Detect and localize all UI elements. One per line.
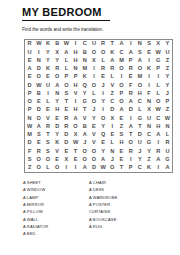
grid-cell: J [135,147,144,155]
word-list-left: A SHEETA WINDOWA LAMPA MIRRORA PILLOWA W… [23,179,48,237]
grid-cell: A [99,156,108,164]
grid-cell: I [154,164,163,172]
grid-cell: Q [80,81,89,89]
grid-cell: D [135,131,144,139]
grid-cell: A [126,48,135,56]
grid-cell: Z [108,90,117,98]
grid-cell: I [154,139,163,147]
grid-cell: Y [99,123,108,131]
grid-cell: H [71,106,80,114]
grid-cell: K [43,40,52,48]
grid-cell: U [89,40,98,48]
grid-cell: S [144,40,153,48]
grid-cell: E [117,156,126,164]
grid-cell: O [89,48,98,56]
grid-cell: U [25,48,34,56]
grid-cell: T [117,164,126,172]
grid-cell: A [80,164,89,172]
grid-cell: H [71,48,80,56]
grid-cell: F [25,147,34,155]
grid-cell: O [34,156,43,164]
grid-cell: E [99,139,108,147]
grid-cell: B [80,48,89,56]
grid-cell: Y [43,48,52,56]
grid-cell: Y [89,114,98,122]
grid-cell: K [80,73,89,81]
grid-cell: J [163,90,172,98]
grid-cell: O [43,156,52,164]
grid-cell: Y [163,73,172,81]
grid-cell: I [99,90,108,98]
grid-cell: O [117,65,126,73]
grid-cell: Z [25,164,34,172]
grid-cell: O [108,164,117,172]
grid-cell: E [71,156,80,164]
grid-cell: O [80,147,89,155]
grid-cell: C [108,98,117,106]
grid-cell: W [25,123,34,131]
grid-cell: O [71,123,80,131]
grid-cell: W [34,40,43,48]
grid-cell: N [144,98,153,106]
grid-cell: A [154,156,163,164]
word-list-item: A WINDOW [23,186,48,193]
grid-cell: K [144,65,153,73]
grid-cell: L [99,57,108,65]
grid-cell: B [34,90,43,98]
grid-cell: N [80,57,89,65]
grid-cell: R [126,147,135,155]
grid-cell: N [163,123,172,131]
grid-cell: S [62,90,71,98]
grid-cell: O [62,81,71,89]
grid-cell: D [53,123,62,131]
grid-cell: V [71,90,80,98]
grid-cell: S [43,139,52,147]
grid-cell: E [89,123,98,131]
worksheet: MY BEDROOM Find the words and write the … [0,0,180,255]
word-list-item: A POSTER [89,201,117,208]
grid-cell: T [108,40,117,48]
grid-cell: E [53,156,62,164]
grid-cell: T [135,123,144,131]
grid-cell: D [62,131,71,139]
grid-cell: T [62,98,71,106]
grid-cell: W [154,48,163,56]
grid-cell: N [25,114,34,122]
grid-cell: E [43,73,52,81]
grid-cell: A [154,131,163,139]
grid-cell: J [99,81,108,89]
grid-cell: P [163,98,172,106]
grid-cell: N [135,40,144,48]
grid-cell: G [163,156,172,164]
grid-cell: L [108,139,117,147]
grid-cell: A [80,131,89,139]
grid-cell: P [154,65,163,73]
grid-cell: P [71,73,80,81]
grid-cell: I [89,65,98,73]
grid-cell: I [71,164,80,172]
grid-cell: G [135,114,144,122]
grid-cell: R [126,90,135,98]
grid-cell: X [154,40,163,48]
grid-cell: R [163,139,172,147]
grid-cell: L [135,106,144,114]
word-list-item: A LAMP [23,194,48,201]
grid-cell: O [126,139,135,147]
grid-cell: O [80,156,89,164]
grid-cell: I [108,123,117,131]
grid-cell: N [34,57,43,65]
grid-cell: J [89,106,98,114]
grid-cell: H [117,139,126,147]
grid-cell: D [62,139,71,147]
grid-cell: E [117,147,126,155]
grid-cell: I [43,90,52,98]
grid-cell: E [117,114,126,122]
worksheet-page: { "game": "word-search", "header": { "ti… [0,0,180,255]
grid-cell: Z [163,65,172,73]
grid-cell: L [43,164,52,172]
grid-cell: G [144,139,153,147]
grid-cell: O [89,156,98,164]
grid-cell: L [154,90,163,98]
grid-cell: E [99,73,108,81]
grid-cell: R [43,123,52,131]
grid-cell: E [25,73,34,81]
grid-cell: I [71,98,80,106]
grid-cell: C [117,48,126,56]
grid-cell: A [34,123,43,131]
grid-cell: J [108,156,117,164]
grid-cell: A [117,40,126,48]
grid-cell: A [62,48,71,56]
grid-cell: D [108,106,117,114]
grid-cell: I [62,164,71,172]
grid-cell: L [62,65,71,73]
word-list-item: A WALL [23,215,48,222]
grid-cell: C [135,98,144,106]
grid-cell: I [144,81,153,89]
grid-cell: U [43,81,52,89]
grid-cell: L [89,90,98,98]
grid-cell: X [62,156,71,164]
grid-cell: Q [99,131,108,139]
grid-cell: O [99,48,108,56]
grid-cell: O [89,81,98,89]
grid-cell: C [144,131,153,139]
grid-cell: H [71,81,80,89]
grid-cell: D [34,65,43,73]
grid-cell: E [126,73,135,81]
grid-cell: L [154,81,163,89]
word-list-item: A PILLOW [23,208,48,215]
grid-cell: A [163,164,172,172]
grid-cell: V [53,147,62,155]
grid-cell: E [62,147,71,155]
grid-cell: D [34,106,43,114]
word-list-right: A CHAIRA DESKA WARDROBEA POSTERCURTAINSA… [89,179,117,230]
grid-cell: G [80,98,89,106]
grid-cell: W [34,81,43,89]
grid-cell: H [53,106,62,114]
grid-cell: K [53,139,62,147]
grid-cell: S [34,131,43,139]
grid-cell: Y [99,98,108,106]
grid-cell: W [71,139,80,147]
grid-cell: C [154,114,163,122]
grid-cell: E [108,131,117,139]
grid-cell: R [126,65,135,73]
grid-cell: A [108,57,117,65]
grid-cell: O [99,114,108,122]
grid-cell: O [135,81,144,89]
grid-cell: E [34,139,43,147]
grid-cell: V [89,131,98,139]
grid-cell: I [99,106,108,114]
grid-cell: Y [163,81,172,89]
grid-cell: M [80,65,89,73]
grid-cell: L [163,131,172,139]
grid-cell: N [108,147,117,155]
grid-cell: Z [144,156,153,164]
grid-cell: R [99,65,108,73]
grid-cell: Y [80,90,89,98]
grid-cell: U [163,48,172,56]
grid-cell: P [62,73,71,81]
grid-cell: T [71,147,80,155]
grid-cell: H [71,57,80,65]
grid-cell: E [25,57,34,65]
grid-cell: W [154,106,163,114]
grid-cell: N [144,123,153,131]
grid-cell: O [25,98,34,106]
grid-cell: Y [163,40,172,48]
grid-cell: P [117,90,126,98]
grid-cell: Y [99,147,108,155]
grid-cell: N [53,90,62,98]
grid-cell: D [25,81,34,89]
grid-cell: C [80,40,89,48]
grid-cell: V [80,114,89,122]
grid-cell: B [53,40,62,48]
grid-cell: X [53,48,62,56]
grid-cell: O [34,114,43,122]
word-list-item: A SHEET [23,179,48,186]
grid-cell: T [126,131,135,139]
grid-cell: Y [43,57,52,65]
grid-cell: S [135,48,144,56]
grid-cell: P [126,57,135,65]
grid-cell: I [126,40,135,48]
grid-cell: D [126,106,135,114]
grid-cell: Y [53,57,62,65]
word-list-item: A RADIATOR [23,223,48,230]
grid-cell: W [163,114,172,122]
grid-cell: F [144,90,153,98]
grid-cell: K [108,48,117,56]
grid-cell: A [71,114,80,122]
grid-cell: R [108,65,117,73]
grid-cell: K [43,65,52,73]
grid-cell: R [99,40,108,48]
grid-cell: R [154,147,163,155]
grid-cell: O [89,98,98,106]
grid-cell: S [25,156,34,164]
grid-cell: A [53,81,62,89]
grid-cell: E [53,114,62,122]
grid-cell: C [135,164,144,172]
grid-cell: N [71,65,80,73]
word-list-item: A BED [23,230,48,237]
grid-cell: V [89,139,98,147]
page-title: MY BEDROOM [22,6,110,21]
grid-cell: T [43,131,52,139]
grid-cell: X [144,106,153,114]
grid-cell: R [34,147,43,155]
grid-cell: E [43,106,52,114]
grid-cell: U [163,147,172,155]
grid-cell: R [25,40,34,48]
grid-cell: F [126,81,135,89]
grid-cell: R [53,65,62,73]
grid-cell: O [53,164,62,172]
grid-cell: L [43,98,52,106]
grid-cell: K [144,164,153,172]
grid-cell: Z [163,106,172,114]
grid-cell: Z [117,123,126,131]
grid-cell: M [25,131,34,139]
grid-cell: H [135,90,144,98]
grid-cell: A [126,98,135,106]
word-list-item: A MIRROR [23,201,48,208]
grid-cell: E [62,106,71,114]
word-list-item: A CHAIR [89,179,117,186]
grid-cell: O [34,73,43,81]
grid-cell: S [43,147,52,155]
grid-cell: G [154,57,163,65]
word-list-item: A DESK [89,186,117,193]
grid-cell: Z [163,57,172,65]
grid-cell: P [25,106,34,114]
grid-cell: O [53,73,62,81]
wordsearch-grid: RWKBWICURTAINSXYUIYXAHBOOKCASEWUENYYLHNX… [24,39,173,173]
grid-cell: I [34,48,43,56]
grid-cell: Y [53,131,62,139]
word-list-item: CURTAINS [89,208,117,215]
grid-cell: D [25,139,34,147]
word-list-item: A WARDROBE [89,194,117,201]
grid-cell: I [126,114,135,122]
grid-cell: R [62,123,71,131]
grid-cell: A [135,57,144,65]
grid-cell: A [126,123,135,131]
grid-cell: Y [144,147,153,155]
grid-cell: U [135,139,144,147]
grid-cell: I [71,40,80,48]
grid-cell: V [108,81,117,89]
grid-cell: S [117,131,126,139]
grid-cell: V [43,114,52,122]
grid-cell: I [117,73,126,81]
grid-cell: R [62,114,71,122]
grid-cell: M [135,73,144,81]
grid-cell: Y [53,98,62,106]
grid-cell: L [62,57,71,65]
grid-cell: I [89,73,98,81]
grid-cell: I [144,57,153,65]
grid-cell: A [25,65,34,73]
grid-cell: O [117,81,126,89]
grid-cell: X [108,114,117,122]
grid-cell: I [154,73,163,81]
word-list-item: A BOOKCASE [89,215,117,222]
grid-cell: M [117,57,126,65]
grid-cell: E [34,98,43,106]
grid-cell: U [144,114,153,122]
grid-cell: L [108,73,117,81]
grid-cell: A [117,106,126,114]
grid-cell: W [99,164,108,172]
grid-cell: J [80,139,89,147]
grid-cell: Y [135,156,144,164]
grid-cell: W [62,40,71,48]
grid-cell: O [117,98,126,106]
grid-cell: O [89,147,98,155]
grid-cell: O [154,98,163,106]
grid-cell: I [126,156,135,164]
grid-cell: B [80,123,89,131]
grid-cell: O [135,65,144,73]
grid-cell: I [144,73,153,81]
grid-cell: O [34,164,43,172]
grid-cell: D [89,164,98,172]
grid-cell: T [80,106,89,114]
grid-cell: H [154,123,163,131]
word-list-item: A RUG [89,223,117,230]
grid-cell: P [25,90,34,98]
grid-cell: E [144,48,153,56]
grid-cell: X [89,57,98,65]
grid-cell: P [126,164,135,172]
instructions-text: Find the words and write the translation… [22,27,103,32]
grid-cell: X [71,131,80,139]
